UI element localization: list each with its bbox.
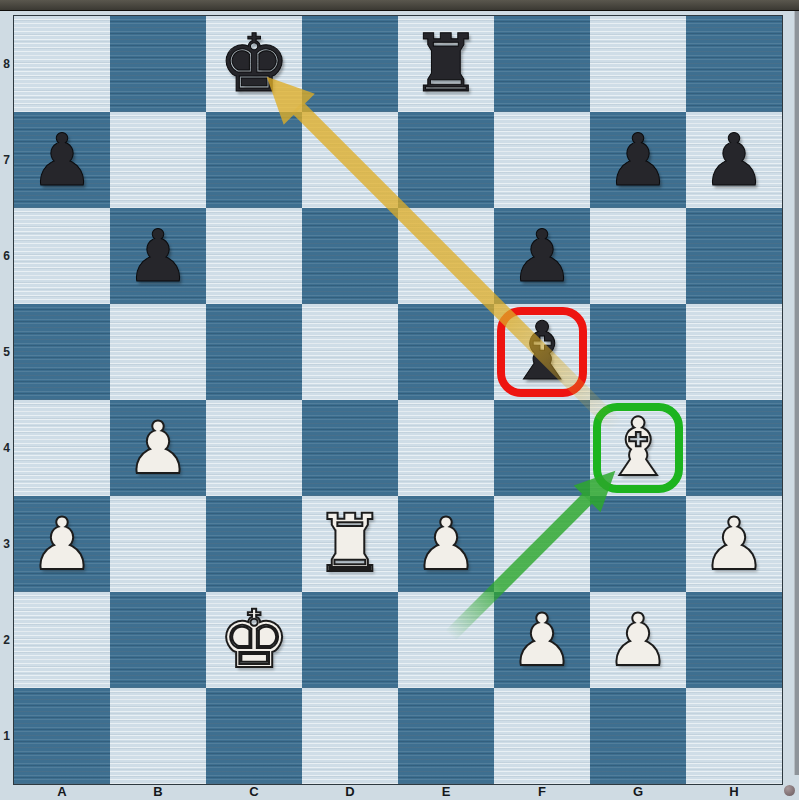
square-e7[interactable] (398, 112, 494, 208)
window-titlebar (0, 0, 799, 11)
rank-label-5: 5 (0, 304, 13, 400)
square-d2[interactable] (302, 592, 398, 688)
square-g7[interactable]: ♟ (590, 112, 686, 208)
square-h8[interactable] (686, 16, 782, 112)
square-h4[interactable] (686, 400, 782, 496)
piece-white-pawn-g2[interactable]: ♟ (590, 592, 686, 688)
square-h3[interactable]: ♟ (686, 496, 782, 592)
piece-black-pawn-a7[interactable]: ♟ (14, 112, 110, 208)
rank-label-2: 2 (0, 592, 13, 688)
file-label-C: C (206, 784, 302, 800)
square-g4[interactable]: ♝ (590, 400, 686, 496)
square-e1[interactable] (398, 688, 494, 784)
square-e2[interactable] (398, 592, 494, 688)
square-d7[interactable] (302, 112, 398, 208)
square-d4[interactable] (302, 400, 398, 496)
square-e6[interactable] (398, 208, 494, 304)
square-c8[interactable]: ♚ (206, 16, 302, 112)
piece-white-rook-d3[interactable]: ♜ (302, 496, 398, 592)
square-c7[interactable] (206, 112, 302, 208)
piece-black-pawn-g7[interactable]: ♟ (590, 112, 686, 208)
square-b2[interactable] (110, 592, 206, 688)
square-d6[interactable] (302, 208, 398, 304)
square-b7[interactable] (110, 112, 206, 208)
square-a2[interactable] (14, 592, 110, 688)
file-label-A: A (14, 784, 110, 800)
square-f6[interactable]: ♟ (494, 208, 590, 304)
square-c2[interactable]: ♚ (206, 592, 302, 688)
square-e8[interactable]: ♜ (398, 16, 494, 112)
square-f1[interactable] (494, 688, 590, 784)
square-h1[interactable] (686, 688, 782, 784)
rank-label-6: 6 (0, 208, 13, 304)
piece-black-bishop-f5[interactable]: ♝ (494, 304, 590, 400)
piece-black-rook-e8[interactable]: ♜ (398, 16, 494, 112)
square-d3[interactable]: ♜ (302, 496, 398, 592)
square-b5[interactable] (110, 304, 206, 400)
piece-white-pawn-f2[interactable]: ♟ (494, 592, 590, 688)
square-e5[interactable] (398, 304, 494, 400)
square-c3[interactable] (206, 496, 302, 592)
piece-black-pawn-f6[interactable]: ♟ (494, 208, 590, 304)
square-e4[interactable] (398, 400, 494, 496)
rank-label-7: 7 (0, 112, 13, 208)
piece-white-bishop-g4[interactable]: ♝ (590, 400, 686, 496)
square-e3[interactable]: ♟ (398, 496, 494, 592)
square-g6[interactable] (590, 208, 686, 304)
square-f8[interactable] (494, 16, 590, 112)
square-f7[interactable] (494, 112, 590, 208)
square-g5[interactable] (590, 304, 686, 400)
chess-board: ♚♜♟♟♟♟♟♝♟♝♟♜♟♟♚♟♟ (13, 15, 783, 785)
square-b4[interactable]: ♟ (110, 400, 206, 496)
square-a6[interactable] (14, 208, 110, 304)
square-g2[interactable]: ♟ (590, 592, 686, 688)
piece-white-pawn-a3[interactable]: ♟ (14, 496, 110, 592)
chess-app-window: ♚♜♟♟♟♟♟♝♟♝♟♜♟♟♚♟♟ 87654321ABCDEFGH (0, 0, 799, 800)
square-b8[interactable] (110, 16, 206, 112)
square-h6[interactable] (686, 208, 782, 304)
rank-label-3: 3 (0, 496, 13, 592)
piece-white-pawn-e3[interactable]: ♟ (398, 496, 494, 592)
piece-white-pawn-h3[interactable]: ♟ (686, 496, 782, 592)
square-a4[interactable] (14, 400, 110, 496)
square-f5[interactable]: ♝ (494, 304, 590, 400)
square-d8[interactable] (302, 16, 398, 112)
square-f2[interactable]: ♟ (494, 592, 590, 688)
resize-grip-dot[interactable] (784, 785, 795, 796)
square-f4[interactable] (494, 400, 590, 496)
square-d5[interactable] (302, 304, 398, 400)
square-c1[interactable] (206, 688, 302, 784)
piece-white-king-c2[interactable]: ♚ (206, 592, 302, 688)
square-a8[interactable] (14, 16, 110, 112)
rank-label-4: 4 (0, 400, 13, 496)
file-label-H: H (686, 784, 782, 800)
square-h7[interactable]: ♟ (686, 112, 782, 208)
file-label-D: D (302, 784, 398, 800)
square-g3[interactable] (590, 496, 686, 592)
square-c6[interactable] (206, 208, 302, 304)
piece-white-pawn-b4[interactable]: ♟ (110, 400, 206, 496)
square-b3[interactable] (110, 496, 206, 592)
square-g8[interactable] (590, 16, 686, 112)
rank-label-8: 8 (0, 16, 13, 112)
square-c5[interactable] (206, 304, 302, 400)
square-a3[interactable]: ♟ (14, 496, 110, 592)
square-g1[interactable] (590, 688, 686, 784)
rank-label-1: 1 (0, 688, 13, 784)
piece-black-pawn-b6[interactable]: ♟ (110, 208, 206, 304)
square-h2[interactable] (686, 592, 782, 688)
square-a5[interactable] (14, 304, 110, 400)
square-d1[interactable] (302, 688, 398, 784)
square-a1[interactable] (14, 688, 110, 784)
square-h5[interactable] (686, 304, 782, 400)
file-label-E: E (398, 784, 494, 800)
file-label-G: G (590, 784, 686, 800)
file-label-F: F (494, 784, 590, 800)
file-label-B: B (110, 784, 206, 800)
scrollbar-strip[interactable] (794, 11, 799, 775)
piece-black-king-c8[interactable]: ♚ (206, 16, 302, 112)
square-f3[interactable] (494, 496, 590, 592)
piece-black-pawn-h7[interactable]: ♟ (686, 112, 782, 208)
square-a7[interactable]: ♟ (14, 112, 110, 208)
square-c4[interactable] (206, 400, 302, 496)
square-b1[interactable] (110, 688, 206, 784)
square-b6[interactable]: ♟ (110, 208, 206, 304)
